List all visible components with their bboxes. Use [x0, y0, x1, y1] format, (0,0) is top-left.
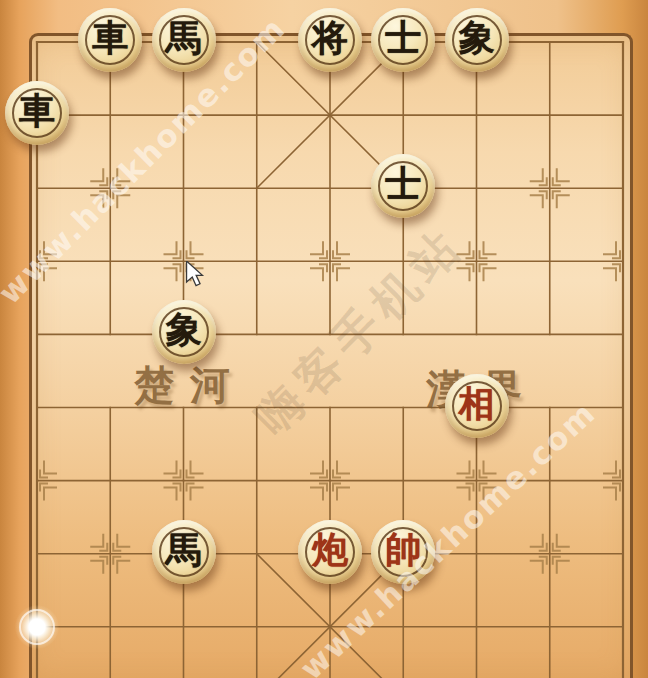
piece-glyph: 馬: [166, 532, 202, 568]
glow-indicator: [15, 605, 59, 649]
piece-glyph: 将: [312, 20, 348, 56]
piece-red-general[interactable]: 帥: [371, 520, 435, 584]
piece-glyph: 車: [92, 20, 128, 56]
piece-glyph: 象: [166, 312, 202, 348]
piece-black-general[interactable]: 将: [298, 8, 362, 72]
piece-black-advisor[interactable]: 士: [371, 8, 435, 72]
piece-black-advisor[interactable]: 士: [371, 154, 435, 218]
river-label-chu-he: 楚河: [130, 358, 250, 413]
piece-black-elephant[interactable]: 象: [152, 300, 216, 364]
piece-glyph: 士: [385, 166, 421, 202]
piece-glyph: 帥: [385, 532, 421, 568]
piece-glyph: 車: [19, 93, 55, 129]
piece-black-horse[interactable]: 馬: [152, 8, 216, 72]
piece-black-elephant[interactable]: 象: [445, 8, 509, 72]
piece-red-elephant[interactable]: 相: [445, 374, 509, 438]
piece-glyph: 相: [459, 386, 495, 422]
piece-red-cannon[interactable]: 炮: [298, 520, 362, 584]
piece-glyph: 士: [385, 20, 421, 56]
piece-black-chariot[interactable]: 車: [5, 81, 69, 145]
piece-glyph: 馬: [166, 20, 202, 56]
piece-glyph: 炮: [312, 532, 348, 568]
piece-glyph: 象: [459, 20, 495, 56]
piece-black-chariot[interactable]: 車: [78, 8, 142, 72]
piece-black-horse[interactable]: 馬: [152, 520, 216, 584]
xiangqi-board[interactable]: 楚河 漢界 嗨客手机站 車馬将士象車士象馬相炮帥 www.hackhome.co…: [0, 0, 648, 678]
